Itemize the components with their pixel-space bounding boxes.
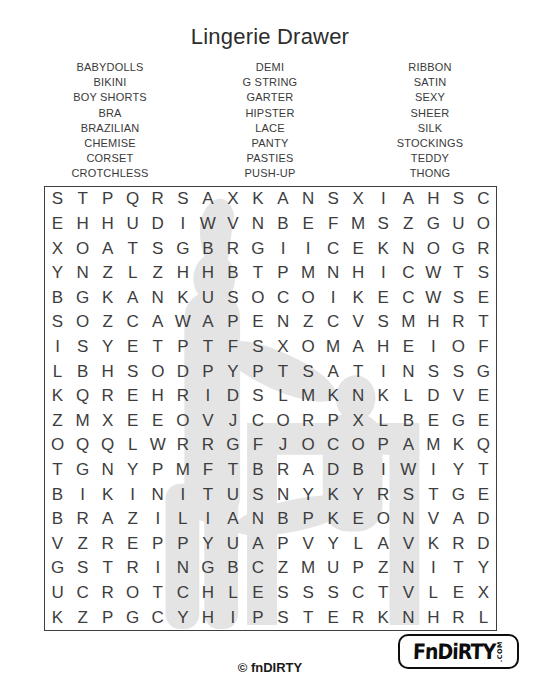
grid-cell[interactable]: D (421, 384, 446, 409)
grid-cell[interactable]: H (95, 212, 120, 237)
grid-cell[interactable]: U (195, 285, 220, 310)
grid-cell[interactable]: S (145, 236, 170, 261)
grid-cell[interactable]: T (145, 581, 170, 606)
grid-cell[interactable]: D (471, 532, 496, 557)
grid-cell[interactable]: Q (70, 384, 95, 409)
grid-cell[interactable]: I (321, 285, 346, 310)
grid-cell[interactable]: C (471, 187, 496, 212)
grid-cell[interactable]: T (145, 335, 170, 360)
grid-cell[interactable]: I (45, 335, 70, 360)
grid-cell[interactable]: O (471, 212, 496, 237)
grid-cell[interactable]: A (396, 187, 421, 212)
grid-cell[interactable]: X (45, 236, 70, 261)
grid-cell[interactable]: L (170, 507, 195, 532)
grid-cell[interactable]: Z (70, 532, 95, 557)
grid-cell[interactable]: Y (446, 458, 471, 483)
word-list-item[interactable]: HIPSTER (245, 106, 294, 121)
grid-cell[interactable]: P (145, 532, 170, 557)
grid-cell[interactable]: G (220, 433, 245, 458)
grid-cell[interactable]: H (95, 359, 120, 384)
grid-cell[interactable]: P (245, 359, 270, 384)
grid-cell[interactable]: H (70, 212, 95, 237)
grid-cell[interactable]: S (120, 359, 145, 384)
grid-cell[interactable]: Y (346, 482, 371, 507)
grid-cell[interactable]: S (220, 285, 245, 310)
grid-cell[interactable]: G (70, 458, 95, 483)
grid-cell[interactable]: G (446, 236, 471, 261)
grid-cell[interactable]: P (321, 408, 346, 433)
grid-cell[interactable]: S (270, 605, 295, 630)
grid-cell[interactable]: N (245, 507, 270, 532)
grid-cell[interactable]: P (145, 458, 170, 483)
grid-cell[interactable]: O (296, 335, 321, 360)
grid-cell[interactable]: S (446, 187, 471, 212)
grid-cell[interactable]: G (446, 482, 471, 507)
grid-cell[interactable]: N (70, 261, 95, 286)
grid-cell[interactable]: I (195, 384, 220, 409)
grid-cell[interactable]: Z (296, 310, 321, 335)
grid-cell[interactable]: V (296, 532, 321, 557)
grid-cell[interactable]: F (195, 458, 220, 483)
grid-cell[interactable]: I (421, 335, 446, 360)
grid-cell[interactable]: P (296, 507, 321, 532)
grid-cell[interactable]: K (371, 384, 396, 409)
grid-cell[interactable]: L (371, 408, 396, 433)
grid-cell[interactable]: R (471, 236, 496, 261)
grid-cell[interactable]: L (120, 261, 145, 286)
grid-cell[interactable]: O (70, 236, 95, 261)
grid-cell[interactable]: S (70, 335, 95, 360)
grid-cell[interactable]: R (371, 482, 396, 507)
grid-cell[interactable]: G (45, 556, 70, 581)
grid-cell[interactable]: Z (120, 507, 145, 532)
grid-cell[interactable]: W (396, 458, 421, 483)
grid-cell[interactable]: K (95, 285, 120, 310)
grid-cell[interactable]: C (346, 581, 371, 606)
grid-cell[interactable]: E (120, 408, 145, 433)
grid-cell[interactable]: V (220, 212, 245, 237)
grid-cell[interactable]: E (471, 408, 496, 433)
grid-cell[interactable]: S (471, 261, 496, 286)
grid-cell[interactable]: K (245, 187, 270, 212)
word-list-item[interactable]: PASTIES (246, 151, 293, 166)
grid-cell[interactable]: B (220, 556, 245, 581)
grid-cell[interactable]: Z (396, 212, 421, 237)
grid-cell[interactable]: E (471, 285, 496, 310)
grid-cell[interactable]: B (270, 212, 295, 237)
grid-cell[interactable]: A (396, 433, 421, 458)
word-list-item[interactable]: SATIN (414, 75, 447, 90)
grid-cell[interactable]: I (296, 236, 321, 261)
grid-cell[interactable]: F (245, 433, 270, 458)
word-list-item[interactable]: BABYDOLLS (76, 60, 143, 75)
grid-cell[interactable]: S (371, 310, 396, 335)
grid-cell[interactable]: C (70, 581, 95, 606)
grid-cell[interactable]: K (45, 384, 70, 409)
grid-cell[interactable]: M (321, 335, 346, 360)
grid-cell[interactable]: B (396, 408, 421, 433)
grid-cell[interactable]: T (371, 581, 396, 606)
grid-cell[interactable]: R (220, 236, 245, 261)
grid-cell[interactable]: J (270, 433, 295, 458)
word-list-item[interactable]: CROTCHLESS (71, 166, 148, 181)
grid-cell[interactable]: N (270, 482, 295, 507)
grid-cell[interactable]: T (195, 482, 220, 507)
grid-cell[interactable]: I (195, 507, 220, 532)
grid-cell[interactable]: X (471, 581, 496, 606)
grid-cell[interactable]: Z (270, 556, 295, 581)
grid-cell[interactable]: T (346, 359, 371, 384)
grid-cell[interactable]: U (45, 581, 70, 606)
grid-cell[interactable]: A (195, 187, 220, 212)
grid-cell[interactable]: R (170, 384, 195, 409)
grid-cell[interactable]: R (195, 433, 220, 458)
grid-cell[interactable]: C (321, 236, 346, 261)
grid-cell[interactable]: E (245, 310, 270, 335)
grid-cell[interactable]: B (195, 236, 220, 261)
grid-cell[interactable]: V (45, 532, 70, 557)
grid-cell[interactable]: X (95, 408, 120, 433)
grid-cell[interactable]: S (446, 285, 471, 310)
grid-cell[interactable]: I (371, 261, 396, 286)
grid-cell[interactable]: P (170, 335, 195, 360)
grid-cell[interactable]: Q (95, 433, 120, 458)
word-list-item[interactable]: STOCKINGS (397, 136, 463, 151)
grid-cell[interactable]: O (296, 285, 321, 310)
grid-cell[interactable]: C (270, 285, 295, 310)
grid-cell[interactable]: O (145, 359, 170, 384)
grid-cell[interactable]: P (245, 605, 270, 630)
grid-cell[interactable]: I (371, 458, 396, 483)
grid-cell[interactable]: Z (145, 261, 170, 286)
grid-cell[interactable]: O (245, 285, 270, 310)
grid-cell[interactable]: W (145, 433, 170, 458)
grid-cell[interactable]: E (471, 384, 496, 409)
grid-cell[interactable]: N (396, 236, 421, 261)
grid-cell[interactable]: Y (195, 532, 220, 557)
grid-cell[interactable]: A (245, 532, 270, 557)
grid-cell[interactable]: C (396, 261, 421, 286)
grid-cell[interactable]: D (170, 359, 195, 384)
grid-cell[interactable]: E (321, 605, 346, 630)
word-list-item[interactable]: CORSET (86, 151, 133, 166)
grid-cell[interactable]: U (220, 532, 245, 557)
grid-cell[interactable]: B (270, 507, 295, 532)
grid-cell[interactable]: I (220, 605, 245, 630)
grid-cell[interactable]: S (396, 482, 421, 507)
grid-cell[interactable]: N (346, 384, 371, 409)
grid-cell[interactable]: Y (120, 458, 145, 483)
grid-cell[interactable]: C (245, 556, 270, 581)
grid-cell[interactable]: N (396, 605, 421, 630)
grid-cell[interactable]: P (270, 261, 295, 286)
grid-cell[interactable]: C (396, 285, 421, 310)
grid-cell[interactable]: T (421, 482, 446, 507)
grid-cell[interactable]: N (296, 187, 321, 212)
grid-cell[interactable]: K (45, 605, 70, 630)
grid-cell[interactable]: S (45, 310, 70, 335)
grid-cell[interactable]: U (446, 212, 471, 237)
grid-cell[interactable]: X (346, 408, 371, 433)
grid-cell[interactable]: M (346, 212, 371, 237)
grid-cell[interactable]: M (296, 384, 321, 409)
grid-cell[interactable]: N (245, 212, 270, 237)
grid-cell[interactable]: O (120, 581, 145, 606)
word-list-item[interactable]: LACE (255, 121, 285, 136)
grid-cell[interactable]: S (70, 556, 95, 581)
grid-cell[interactable]: I (120, 482, 145, 507)
grid-cell[interactable]: H (195, 581, 220, 606)
grid-cell[interactable]: Y (45, 261, 70, 286)
grid-cell[interactable]: O (421, 236, 446, 261)
grid-cell[interactable]: V (446, 384, 471, 409)
grid-cell[interactable]: C (245, 408, 270, 433)
grid-cell[interactable]: Z (45, 408, 70, 433)
grid-cell[interactable]: B (45, 285, 70, 310)
grid-cell[interactable]: A (346, 335, 371, 360)
grid-cell[interactable]: O (346, 433, 371, 458)
grid-cell[interactable]: R (95, 581, 120, 606)
grid-cell[interactable]: N (270, 310, 295, 335)
grid-cell[interactable]: R (95, 532, 120, 557)
grid-cell[interactable]: E (45, 212, 70, 237)
grid-cell[interactable]: K (371, 236, 396, 261)
grid-cell[interactable]: S (245, 384, 270, 409)
grid-cell[interactable]: X (346, 187, 371, 212)
grid-cell[interactable]: E (346, 507, 371, 532)
grid-cell[interactable]: I (170, 212, 195, 237)
grid-cell[interactable]: I (270, 236, 295, 261)
grid-cell[interactable]: E (446, 581, 471, 606)
word-list-item[interactable]: PANTY (252, 136, 289, 151)
grid-cell[interactable]: R (270, 458, 295, 483)
grid-cell[interactable]: G (471, 359, 496, 384)
grid-cell[interactable]: A (371, 532, 396, 557)
word-list-item[interactable]: BRAZILIAN (81, 121, 140, 136)
grid-cell[interactable]: L (396, 384, 421, 409)
grid-cell[interactable]: N (396, 556, 421, 581)
grid-cell[interactable]: V (346, 310, 371, 335)
grid-cell[interactable]: M (70, 408, 95, 433)
grid-cell[interactable]: M (296, 261, 321, 286)
grid-cell[interactable]: H (195, 261, 220, 286)
grid-cell[interactable]: E (296, 212, 321, 237)
grid-cell[interactable]: O (170, 408, 195, 433)
grid-cell[interactable]: R (120, 556, 145, 581)
grid-cell[interactable]: I (145, 507, 170, 532)
grid-cell[interactable]: T (471, 310, 496, 335)
grid-cell[interactable]: I (145, 556, 170, 581)
grid-cell[interactable]: R (70, 507, 95, 532)
grid-cell[interactable]: A (446, 507, 471, 532)
word-list-item[interactable]: CHEMISE (84, 136, 136, 151)
grid-cell[interactable]: E (145, 408, 170, 433)
grid-cell[interactable]: T (220, 458, 245, 483)
grid-cell[interactable]: I (421, 556, 446, 581)
grid-cell[interactable]: Q (471, 433, 496, 458)
grid-cell[interactable]: L (120, 433, 145, 458)
grid-cell[interactable]: A (270, 187, 295, 212)
grid-cell[interactable]: N (396, 507, 421, 532)
grid-cell[interactable]: P (170, 532, 195, 557)
grid-cell[interactable]: S (321, 581, 346, 606)
grid-cell[interactable]: E (421, 408, 446, 433)
grid-cell[interactable]: V (195, 408, 220, 433)
grid-cell[interactable]: E (471, 482, 496, 507)
grid-cell[interactable]: R (170, 433, 195, 458)
word-list-item[interactable]: SEXY (415, 90, 445, 105)
grid-cell[interactable]: I (170, 482, 195, 507)
grid-cell[interactable]: V (396, 532, 421, 557)
grid-cell[interactable]: O (371, 507, 396, 532)
grid-cell[interactable]: G (195, 556, 220, 581)
grid-cell[interactable]: B (245, 458, 270, 483)
word-list-item[interactable]: BOY SHORTS (73, 90, 147, 105)
grid-cell[interactable]: H (371, 335, 396, 360)
grid-cell[interactable]: F (321, 212, 346, 237)
grid-cell[interactable]: J (220, 408, 245, 433)
grid-cell[interactable]: T (195, 335, 220, 360)
grid-cell[interactable]: B (45, 482, 70, 507)
grid-cell[interactable]: O (270, 408, 295, 433)
grid-cell[interactable]: F (471, 335, 496, 360)
grid-cell[interactable]: E (120, 532, 145, 557)
grid-cell[interactable]: V (396, 581, 421, 606)
grid-cell[interactable]: U (220, 482, 245, 507)
grid-cell[interactable]: H (421, 310, 446, 335)
grid-cell[interactable]: E (245, 581, 270, 606)
word-list-item[interactable]: SILK (418, 121, 443, 136)
grid-cell[interactable]: P (371, 433, 396, 458)
grid-cell[interactable]: L (270, 384, 295, 409)
grid-cell[interactable]: W (170, 310, 195, 335)
grid-cell[interactable]: I (70, 482, 95, 507)
grid-cell[interactable]: Y (296, 482, 321, 507)
grid-cell[interactable]: F (220, 335, 245, 360)
grid-cell[interactable]: G (446, 408, 471, 433)
grid-cell[interactable]: A (95, 507, 120, 532)
grid-cell[interactable]: K (446, 433, 471, 458)
word-list-item[interactable]: TEDDY (411, 151, 449, 166)
word-list-item[interactable]: G STRING (243, 75, 298, 90)
grid-cell[interactable]: L (346, 532, 371, 557)
grid-cell[interactable]: S (45, 187, 70, 212)
grid-cell[interactable]: S (245, 335, 270, 360)
grid-cell[interactable]: Y (321, 532, 346, 557)
grid-cell[interactable]: Y (170, 605, 195, 630)
grid-cell[interactable]: Z (95, 261, 120, 286)
grid-cell[interactable]: T (471, 458, 496, 483)
grid-cell[interactable]: N (170, 556, 195, 581)
grid-cell[interactable]: T (70, 187, 95, 212)
grid-cell[interactable]: K (321, 507, 346, 532)
grid-cell[interactable]: M (396, 310, 421, 335)
grid-cell[interactable]: E (346, 236, 371, 261)
grid-cell[interactable]: B (45, 507, 70, 532)
grid-cell[interactable]: S (371, 212, 396, 237)
grid-cell[interactable]: U (120, 212, 145, 237)
grid-cell[interactable]: C (145, 605, 170, 630)
grid-cell[interactable]: U (321, 556, 346, 581)
grid-cell[interactable]: W (195, 212, 220, 237)
grid-cell[interactable]: I (371, 359, 396, 384)
grid-cell[interactable]: N (321, 261, 346, 286)
grid-cell[interactable]: S (321, 187, 346, 212)
grid-cell[interactable]: Q (70, 433, 95, 458)
grid-cell[interactable]: S (296, 359, 321, 384)
grid-cell[interactable]: T (120, 236, 145, 261)
grid-cell[interactable]: D (321, 458, 346, 483)
grid-cell[interactable]: B (346, 458, 371, 483)
word-list-item[interactable]: DEMI (256, 60, 284, 75)
grid-cell[interactable]: S (170, 187, 195, 212)
grid-cell[interactable]: P (220, 310, 245, 335)
grid-cell[interactable]: E (120, 335, 145, 360)
grid-cell[interactable]: M (170, 458, 195, 483)
grid-cell[interactable]: O (296, 433, 321, 458)
word-list-item[interactable]: THONG (410, 166, 451, 181)
grid-cell[interactable]: R (446, 532, 471, 557)
grid-cell[interactable]: W (421, 261, 446, 286)
grid-cell[interactable]: C (321, 310, 346, 335)
grid-cell[interactable]: A (321, 359, 346, 384)
word-list-item[interactable]: BIKINI (94, 75, 127, 90)
grid-cell[interactable]: P (346, 556, 371, 581)
grid-cell[interactable]: O (70, 310, 95, 335)
grid-cell[interactable]: C (321, 433, 346, 458)
grid-cell[interactable]: H (195, 605, 220, 630)
grid-cell[interactable]: H (145, 384, 170, 409)
grid-cell[interactable]: N (145, 482, 170, 507)
fndirty-logo[interactable]: FnDiRTY .COM (398, 634, 519, 669)
grid-cell[interactable]: A (195, 310, 220, 335)
grid-cell[interactable]: B (220, 261, 245, 286)
grid-cell[interactable]: K (95, 482, 120, 507)
grid-cell[interactable]: R (446, 605, 471, 630)
word-list-item[interactable]: RIBBON (408, 60, 451, 75)
grid-cell[interactable]: V (421, 507, 446, 532)
grid-cell[interactable]: T (45, 458, 70, 483)
grid-cell[interactable]: Q (120, 187, 145, 212)
grid-cell[interactable]: A (120, 285, 145, 310)
grid-cell[interactable]: K (421, 532, 446, 557)
grid-cell[interactable]: T (446, 556, 471, 581)
word-list-item[interactable]: SHEER (411, 106, 450, 121)
grid-cell[interactable]: A (95, 236, 120, 261)
grid-cell[interactable]: M (421, 433, 446, 458)
grid-cell[interactable]: D (471, 507, 496, 532)
grid-cell[interactable]: K (170, 285, 195, 310)
grid-cell[interactable]: Z (70, 605, 95, 630)
grid-cell[interactable]: T (446, 261, 471, 286)
grid-cell[interactable]: K (321, 384, 346, 409)
grid-cell[interactable]: S (296, 581, 321, 606)
word-list-item[interactable]: BRA (98, 106, 121, 121)
grid-cell[interactable]: Y (95, 335, 120, 360)
grid-cell[interactable]: X (270, 335, 295, 360)
grid-cell[interactable]: X (220, 187, 245, 212)
grid-cell[interactable]: A (220, 507, 245, 532)
grid-cell[interactable]: G (120, 605, 145, 630)
grid-cell[interactable]: G (70, 285, 95, 310)
grid-cell[interactable]: H (170, 261, 195, 286)
grid-cell[interactable]: K (371, 605, 396, 630)
grid-cell[interactable]: T (296, 605, 321, 630)
grid-cell[interactable]: R (346, 605, 371, 630)
grid-cell[interactable]: G (245, 236, 270, 261)
grid-cell[interactable]: D (220, 384, 245, 409)
grid-cell[interactable]: L (421, 581, 446, 606)
